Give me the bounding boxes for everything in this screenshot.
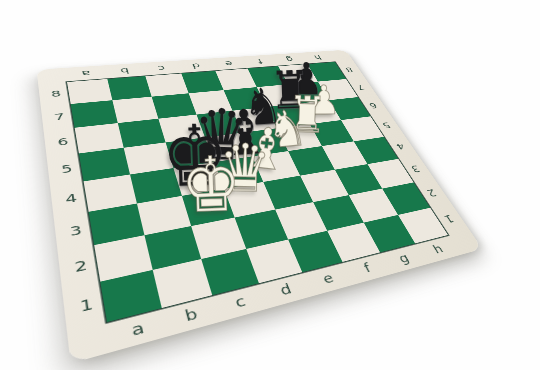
- piece-white-king[interactable]: ♚: [180, 146, 243, 224]
- product-photo: 8877665544332211aabbccddeeffgghh ♟♜♟♞♜♞♝…: [0, 0, 540, 370]
- pieces-layer: ♟♜♟♞♜♞♝♛♝♚♛♚: [0, 0, 540, 370]
